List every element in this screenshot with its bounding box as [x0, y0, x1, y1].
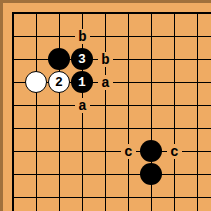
board-cell: [14, 198, 37, 211]
board-cell: [60, 198, 83, 211]
board-cell: [129, 14, 152, 37]
black-stone: [140, 163, 162, 185]
board-cell: [175, 175, 198, 198]
black-stone: 3: [71, 48, 93, 70]
board-cell: [60, 129, 83, 152]
white-stone: [25, 71, 47, 93]
board-cell: [37, 106, 60, 129]
move-number: 2: [55, 76, 63, 89]
board-cell: [129, 60, 152, 83]
point-label: c: [167, 144, 182, 159]
board-cell: [152, 106, 175, 129]
move-number: 1: [78, 76, 86, 89]
board-cell: [106, 198, 129, 211]
board-cell: [129, 198, 152, 211]
board-cell: [175, 14, 198, 37]
board-cell: [175, 83, 198, 106]
point-label: a: [75, 98, 90, 113]
board-cell: [14, 129, 37, 152]
board-cell: [198, 83, 211, 106]
board-cell: [37, 198, 60, 211]
board-cell: [60, 152, 83, 175]
board-cell: [152, 198, 175, 211]
board-cell: [198, 60, 211, 83]
board-grid: [12, 12, 211, 211]
board-cell: [83, 198, 106, 211]
board-cell: [175, 60, 198, 83]
board-cell: [106, 14, 129, 37]
board-cell: [198, 198, 211, 211]
board-cell: [37, 14, 60, 37]
point-label: b: [98, 52, 113, 67]
board-cell: [60, 175, 83, 198]
board-cell: [83, 129, 106, 152]
board-cell: [198, 37, 211, 60]
board-cell: [198, 106, 211, 129]
board-cell: [106, 175, 129, 198]
board-frame-highlight-top: [0, 0, 211, 1]
board-cell: [14, 37, 37, 60]
board-cell: [83, 152, 106, 175]
board-cell: [152, 37, 175, 60]
board-frame-highlight-left: [0, 0, 1, 211]
board-cell: [175, 106, 198, 129]
board-cell: [198, 152, 211, 175]
black-stone: [48, 48, 70, 70]
board-cell: [37, 129, 60, 152]
board-cell: [129, 37, 152, 60]
board-cell: [14, 175, 37, 198]
point-label: b: [75, 29, 90, 44]
board-cell: [37, 175, 60, 198]
board-cell: [37, 152, 60, 175]
board-cell: [152, 83, 175, 106]
board-cell: [152, 60, 175, 83]
white-stone: 2: [48, 71, 70, 93]
board-cell: [175, 198, 198, 211]
board-cell: [198, 175, 211, 198]
board-cell: [175, 37, 198, 60]
board-cell: [14, 106, 37, 129]
board-cell: [129, 106, 152, 129]
board-cell: [14, 152, 37, 175]
board-cell: [14, 14, 37, 37]
board-cell: [129, 83, 152, 106]
move-number: 3: [78, 53, 86, 66]
black-stone: [140, 140, 162, 162]
board-cell: [198, 129, 211, 152]
board-cell: [198, 14, 211, 37]
go-board-diagram: 321bbaacc: [0, 0, 211, 211]
board-cell: [152, 14, 175, 37]
board-cell: [83, 175, 106, 198]
point-label: a: [98, 75, 113, 90]
black-stone: 1: [71, 71, 93, 93]
board-cell: [106, 106, 129, 129]
point-label: c: [121, 144, 136, 159]
